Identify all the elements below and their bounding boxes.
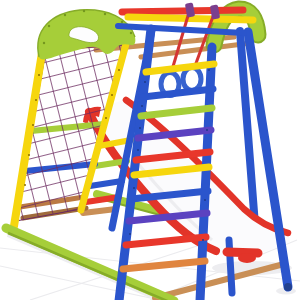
top-bar-red (122, 10, 243, 12)
screw (118, 69, 120, 71)
slide-end-curl (238, 253, 256, 263)
screw (141, 105, 143, 107)
screw (43, 42, 45, 44)
ladder-rung (141, 108, 212, 116)
screw (83, 10, 85, 12)
ladder-rung (146, 64, 214, 72)
screw (144, 81, 146, 83)
screw (32, 124, 34, 126)
screw (38, 74, 40, 76)
screw (104, 13, 106, 15)
ladder-rung (143, 89, 213, 97)
screw (28, 154, 30, 156)
screw (137, 149, 139, 151)
screw (64, 14, 66, 16)
screw (204, 199, 206, 201)
screw (206, 129, 208, 131)
climbing-set-illustration (0, 0, 300, 300)
screw (48, 25, 50, 27)
screw (111, 94, 113, 96)
screw (208, 69, 210, 71)
product-photo: Colorful children's wooden activity clim… (0, 0, 300, 300)
screw (105, 117, 107, 119)
screw (24, 184, 26, 186)
ladder-rung (123, 261, 205, 269)
top-bar-yellow (128, 17, 253, 20)
leg-foot-cap (284, 283, 292, 291)
screw (139, 127, 141, 129)
screw (130, 32, 132, 34)
screw (121, 21, 123, 23)
screw (129, 233, 131, 235)
screw (202, 239, 204, 241)
slide-end-cap (227, 252, 258, 253)
gym-ring (183, 68, 201, 91)
rear-rung (83, 209, 116, 213)
screw (133, 187, 135, 189)
screw (35, 99, 37, 101)
